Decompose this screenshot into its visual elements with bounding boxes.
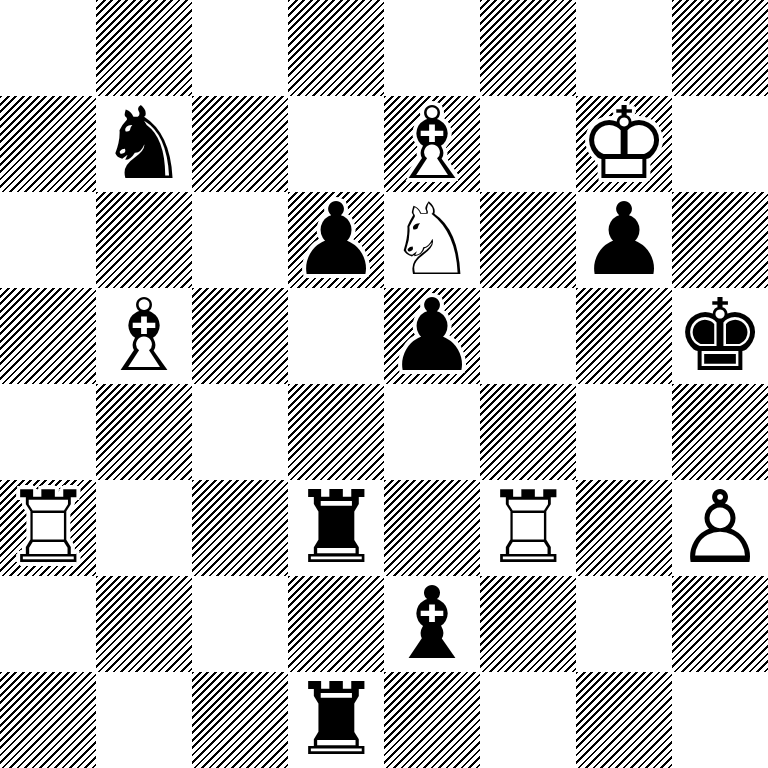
piece-black-pawn: ♟ — [384, 288, 480, 384]
piece-black-rook: ♜ — [288, 672, 384, 768]
square-a1[interactable] — [0, 672, 96, 768]
square-c1[interactable] — [192, 672, 288, 768]
piece-white-king: ♔ — [576, 96, 672, 192]
piece-white-bishop: ♗ — [96, 288, 192, 384]
square-c6[interactable] — [192, 192, 288, 288]
square-a5[interactable] — [0, 288, 96, 384]
chess-board: ♞♞♝♗♚♔♟♟♞♘♟♟♝♗♟♟♚♚♜♖♜♜♜♖♟♙♝♝♜♜ — [0, 0, 768, 768]
square-h3[interactable]: ♟♙ — [672, 480, 768, 576]
piece-black-pawn: ♟ — [288, 192, 384, 288]
white-bishop-halo: ♝ — [384, 96, 480, 192]
square-d2[interactable] — [288, 576, 384, 672]
square-f8[interactable] — [480, 0, 576, 96]
white-pawn-halo: ♟ — [672, 480, 768, 576]
square-a6[interactable] — [0, 192, 96, 288]
square-g6[interactable]: ♟♟ — [576, 192, 672, 288]
square-h6[interactable] — [672, 192, 768, 288]
square-e4[interactable] — [384, 384, 480, 480]
black-bishop-halo: ♝ — [384, 576, 480, 672]
white-knight-halo: ♞ — [384, 192, 480, 288]
square-f6[interactable] — [480, 192, 576, 288]
square-h1[interactable] — [672, 672, 768, 768]
square-c8[interactable] — [192, 0, 288, 96]
square-a3[interactable]: ♜♖ — [0, 480, 96, 576]
piece-white-rook: ♖ — [480, 480, 576, 576]
square-h8[interactable] — [672, 0, 768, 96]
square-d3[interactable]: ♜♜ — [288, 480, 384, 576]
piece-black-rook: ♜ — [288, 480, 384, 576]
square-f3[interactable]: ♜♖ — [480, 480, 576, 576]
piece-black-pawn: ♟ — [576, 192, 672, 288]
square-e7[interactable]: ♝♗ — [384, 96, 480, 192]
square-g8[interactable] — [576, 0, 672, 96]
square-f5[interactable] — [480, 288, 576, 384]
black-king-halo: ♚ — [672, 288, 768, 384]
piece-black-king: ♚ — [672, 288, 768, 384]
white-bishop-halo: ♝ — [96, 288, 192, 384]
black-rook-halo: ♜ — [288, 672, 384, 768]
square-h4[interactable] — [672, 384, 768, 480]
white-rook-halo: ♜ — [480, 480, 576, 576]
square-c3[interactable] — [192, 480, 288, 576]
square-c2[interactable] — [192, 576, 288, 672]
white-king-halo: ♚ — [576, 96, 672, 192]
piece-black-knight: ♞ — [96, 96, 192, 192]
square-b7[interactable]: ♞♞ — [96, 96, 192, 192]
square-d6[interactable]: ♟♟ — [288, 192, 384, 288]
piece-white-pawn: ♙ — [672, 480, 768, 576]
square-c4[interactable] — [192, 384, 288, 480]
piece-white-knight: ♘ — [384, 192, 480, 288]
square-b4[interactable] — [96, 384, 192, 480]
square-b3[interactable] — [96, 480, 192, 576]
black-rook-halo: ♜ — [288, 480, 384, 576]
square-d7[interactable] — [288, 96, 384, 192]
piece-black-bishop: ♝ — [384, 576, 480, 672]
square-g3[interactable] — [576, 480, 672, 576]
piece-white-bishop: ♗ — [384, 96, 480, 192]
square-f7[interactable] — [480, 96, 576, 192]
square-e5[interactable]: ♟♟ — [384, 288, 480, 384]
black-knight-halo: ♞ — [96, 96, 192, 192]
square-e1[interactable] — [384, 672, 480, 768]
square-d1[interactable]: ♜♜ — [288, 672, 384, 768]
square-e2[interactable]: ♝♝ — [384, 576, 480, 672]
square-h7[interactable] — [672, 96, 768, 192]
square-g4[interactable] — [576, 384, 672, 480]
square-d8[interactable] — [288, 0, 384, 96]
piece-white-rook: ♖ — [0, 480, 96, 576]
square-c5[interactable] — [192, 288, 288, 384]
square-f1[interactable] — [480, 672, 576, 768]
square-h5[interactable]: ♚♚ — [672, 288, 768, 384]
square-g5[interactable] — [576, 288, 672, 384]
square-a7[interactable] — [0, 96, 96, 192]
square-f2[interactable] — [480, 576, 576, 672]
white-rook-halo: ♜ — [0, 480, 96, 576]
square-d5[interactable] — [288, 288, 384, 384]
square-a2[interactable] — [0, 576, 96, 672]
square-d4[interactable] — [288, 384, 384, 480]
square-a8[interactable] — [0, 0, 96, 96]
square-g7[interactable]: ♚♔ — [576, 96, 672, 192]
square-g2[interactable] — [576, 576, 672, 672]
square-e3[interactable] — [384, 480, 480, 576]
square-c7[interactable] — [192, 96, 288, 192]
square-b8[interactable] — [96, 0, 192, 96]
square-e6[interactable]: ♞♘ — [384, 192, 480, 288]
black-pawn-halo: ♟ — [384, 288, 480, 384]
square-h2[interactable] — [672, 576, 768, 672]
square-b1[interactable] — [96, 672, 192, 768]
square-a4[interactable] — [0, 384, 96, 480]
square-g1[interactable] — [576, 672, 672, 768]
square-b6[interactable] — [96, 192, 192, 288]
square-b5[interactable]: ♝♗ — [96, 288, 192, 384]
square-e8[interactable] — [384, 0, 480, 96]
square-b2[interactable] — [96, 576, 192, 672]
black-pawn-halo: ♟ — [288, 192, 384, 288]
black-pawn-halo: ♟ — [576, 192, 672, 288]
square-f4[interactable] — [480, 384, 576, 480]
